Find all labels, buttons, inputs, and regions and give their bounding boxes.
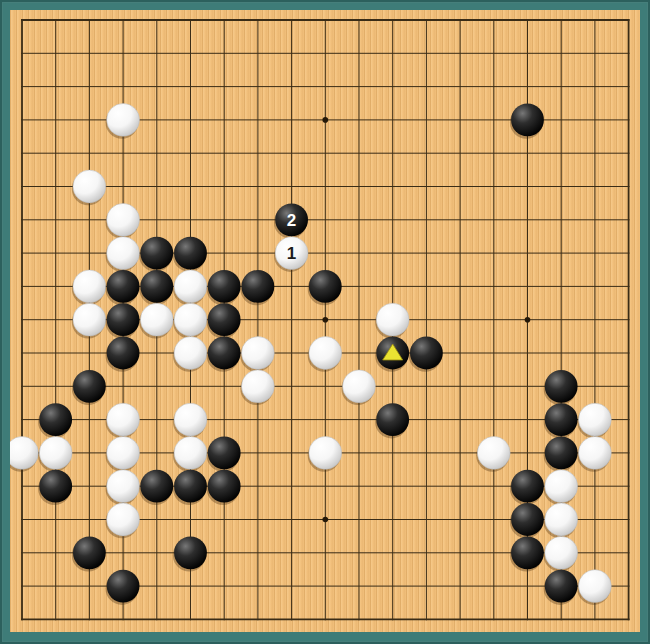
white-stone	[107, 104, 140, 137]
white-stone	[477, 437, 510, 470]
white-stone	[39, 437, 72, 470]
star-point	[323, 517, 329, 523]
white-stone	[242, 337, 275, 370]
white-stone	[107, 503, 140, 536]
black-stone	[511, 470, 544, 503]
white-stone	[376, 303, 409, 336]
white-stone	[174, 403, 207, 436]
black-stone	[73, 536, 106, 569]
black-stone	[511, 104, 544, 137]
white-stone	[545, 536, 578, 569]
white-stone	[107, 237, 140, 270]
black-stone	[545, 437, 578, 470]
white-stone	[140, 303, 173, 336]
white-stone	[545, 470, 578, 503]
black-stone	[73, 370, 106, 403]
black-stone	[511, 536, 544, 569]
black-stone	[208, 470, 241, 503]
white-stone	[579, 437, 612, 470]
black-stone	[140, 470, 173, 503]
black-stone	[208, 270, 241, 303]
black-stone	[376, 403, 409, 436]
white-stone	[309, 437, 342, 470]
white-stone	[174, 303, 207, 336]
white-stone	[73, 270, 106, 303]
black-stone	[545, 403, 578, 436]
white-stone	[343, 370, 376, 403]
black-stone	[208, 337, 241, 370]
star-point	[525, 317, 531, 323]
white-stone	[579, 570, 612, 603]
black-stone	[511, 503, 544, 536]
black-stone	[545, 570, 578, 603]
black-stone	[39, 403, 72, 436]
black-stone	[107, 270, 140, 303]
black-stone	[242, 270, 275, 303]
black-stone	[107, 570, 140, 603]
white-stone	[174, 270, 207, 303]
black-stone	[174, 237, 207, 270]
white-stone	[579, 403, 612, 436]
move-number-2: 2	[287, 211, 296, 230]
white-stone	[107, 437, 140, 470]
go-board-canvas: 21	[10, 10, 640, 632]
white-stone	[545, 503, 578, 536]
go-board[interactable]: 21	[10, 10, 640, 632]
white-stone	[309, 337, 342, 370]
black-stone	[208, 303, 241, 336]
white-stone	[174, 337, 207, 370]
white-stone	[107, 470, 140, 503]
white-stone	[174, 437, 207, 470]
white-stone	[242, 370, 275, 403]
black-stone	[107, 337, 140, 370]
move-number-1: 1	[287, 244, 296, 263]
black-stone	[107, 303, 140, 336]
black-stone	[208, 437, 241, 470]
star-point	[323, 317, 329, 323]
black-stone	[174, 470, 207, 503]
white-stone	[73, 170, 106, 203]
white-stone	[107, 203, 140, 236]
black-stone	[174, 536, 207, 569]
black-stone	[140, 270, 173, 303]
black-stone	[545, 370, 578, 403]
board-frame: 21	[0, 0, 650, 644]
black-stone	[309, 270, 342, 303]
white-stone	[107, 403, 140, 436]
star-point	[323, 117, 329, 123]
black-stone	[39, 470, 72, 503]
black-stone	[140, 237, 173, 270]
white-stone	[73, 303, 106, 336]
black-stone	[410, 337, 443, 370]
